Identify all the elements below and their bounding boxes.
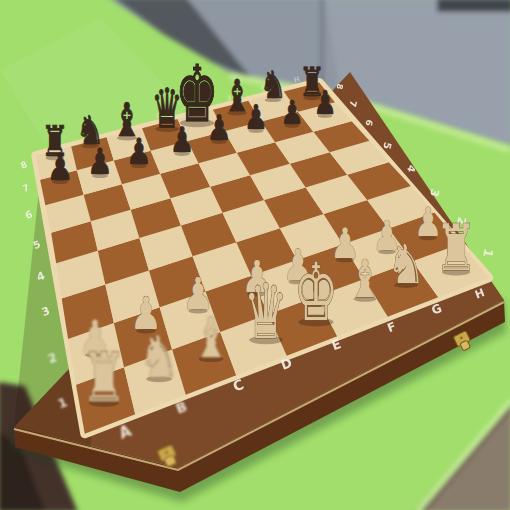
piece-white-queen-d1: ♛ [244, 268, 288, 356]
piece-black-pawn-f7: ♟ [244, 97, 268, 137]
piece-white-rook-a1: ♜ [81, 337, 126, 417]
piece-black-pawn-d7: ♟ [169, 120, 194, 160]
piece-black-pawn-e7: ♟ [206, 108, 231, 148]
piece-black-pawn-a7: ♟ [47, 146, 74, 189]
piece-white-bishop-f1: ♝ [348, 249, 383, 309]
piece-black-pawn-b7: ♟ [87, 141, 113, 183]
piece-white-knight-b1: ♞ [138, 323, 180, 390]
scene-svg: ABCDEFGH1234567812345678ABCDEFGH ♜♞♝♟♚♟♛… [0, 0, 510, 510]
piece-white-king-e1: ♚ [294, 245, 338, 339]
piece-black-pawn-c7: ♟ [126, 131, 152, 173]
wall-top-strip [437, 0, 510, 12]
piece-white-knight-g1: ♞ [387, 233, 426, 296]
piece-white-bishop-c1: ♝ [192, 305, 229, 371]
chess-photo-scene: ABCDEFGH1234567812345678ABCDEFGH ♜♞♝♟♚♟♛… [0, 0, 510, 510]
piece-black-pawn-g7: ♟ [280, 93, 304, 132]
piece-white-rook-h1: ♜ [435, 211, 477, 285]
piece-black-pawn-h7: ♟ [313, 83, 337, 122]
